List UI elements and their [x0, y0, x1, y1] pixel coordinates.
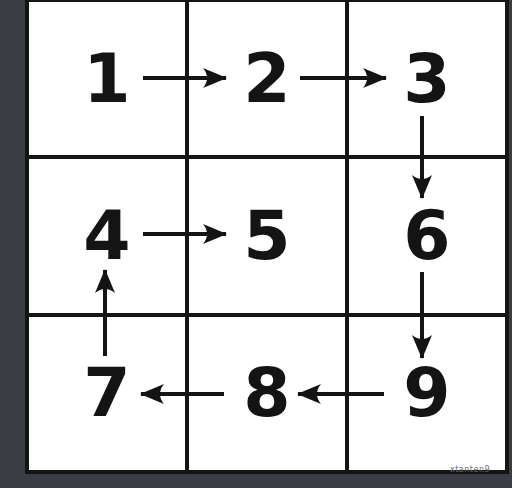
cell-r3c3: 9 [349, 317, 505, 470]
cell-r1c3: 3 [349, 2, 505, 155]
cell-r2c3: 6 [349, 159, 505, 312]
cell-value: 3 [403, 45, 450, 113]
cell-value: 6 [403, 202, 450, 270]
cell-r1c1: 1 [29, 2, 185, 155]
cell-value: 9 [403, 359, 450, 427]
cell-value: 1 [83, 45, 130, 113]
cell-r2c2: 5 [189, 159, 345, 312]
cell-r3c1: 7 [29, 317, 185, 470]
cell-r1c2: 2 [189, 2, 345, 155]
cell-value: 2 [243, 45, 290, 113]
cell-r3c2: 8 [189, 317, 345, 470]
number-grid-board: 1 2 3 4 5 6 7 8 9 [25, 0, 509, 474]
cell-value: 5 [243, 202, 290, 270]
cell-value: 4 [83, 202, 130, 270]
cell-r2c1: 4 [29, 159, 185, 312]
cell-value: 8 [243, 359, 290, 427]
puzzle-canvas: 1 2 3 4 5 6 7 8 9 [0, 0, 512, 488]
watermark-text: xtanten9 [450, 466, 490, 474]
cell-value: 7 [83, 359, 130, 427]
